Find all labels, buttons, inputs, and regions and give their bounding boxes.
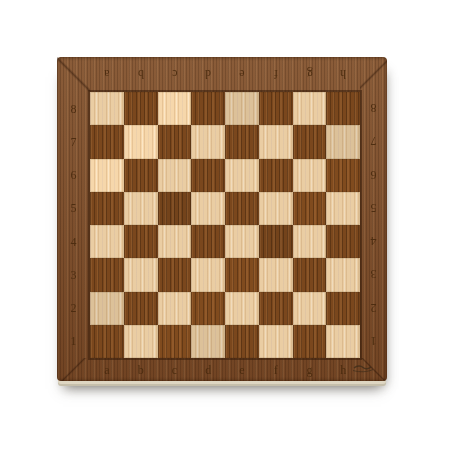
square-a5[interactable] bbox=[90, 192, 124, 225]
file-labels-top: abcdefgh bbox=[90, 57, 360, 92]
coord-label-right-6: 6 bbox=[360, 159, 387, 192]
coord-label-right-1: 1 bbox=[360, 325, 387, 358]
square-e6[interactable] bbox=[225, 159, 259, 192]
square-b4[interactable] bbox=[124, 225, 158, 258]
square-g6[interactable] bbox=[293, 159, 327, 192]
coord-label-right-7: 7 bbox=[360, 125, 387, 158]
coord-label-top-a: a bbox=[90, 57, 124, 92]
square-a6[interactable] bbox=[90, 159, 124, 192]
coord-label-left-1: 1 bbox=[57, 325, 90, 358]
square-h1[interactable] bbox=[326, 325, 360, 358]
board-squares bbox=[90, 92, 360, 358]
square-f2[interactable] bbox=[259, 292, 293, 325]
square-e7[interactable] bbox=[225, 125, 259, 158]
coord-label-bottom-g: g bbox=[293, 358, 327, 381]
coord-label-right-3: 3 bbox=[360, 258, 387, 291]
square-d2[interactable] bbox=[191, 292, 225, 325]
square-g8[interactable] bbox=[293, 92, 327, 125]
coord-label-top-g: g bbox=[293, 57, 327, 92]
square-h6[interactable] bbox=[326, 159, 360, 192]
coord-label-top-b: b bbox=[124, 57, 158, 92]
square-b2[interactable] bbox=[124, 292, 158, 325]
coord-label-left-3: 3 bbox=[57, 258, 90, 291]
square-b3[interactable] bbox=[124, 258, 158, 291]
square-d8[interactable] bbox=[191, 92, 225, 125]
square-a7[interactable] bbox=[90, 125, 124, 158]
square-g1[interactable] bbox=[293, 325, 327, 358]
square-c2[interactable] bbox=[158, 292, 192, 325]
coord-label-top-d: d bbox=[191, 57, 225, 92]
chess-board: abcdefgh abcdefgh 87654321 87654321 bbox=[57, 57, 387, 381]
square-f3[interactable] bbox=[259, 258, 293, 291]
square-a4[interactable] bbox=[90, 225, 124, 258]
coord-label-right-2: 2 bbox=[360, 292, 387, 325]
square-h7[interactable] bbox=[326, 125, 360, 158]
coord-label-top-e: e bbox=[225, 57, 259, 92]
coord-label-bottom-d: d bbox=[191, 358, 225, 381]
square-b7[interactable] bbox=[124, 125, 158, 158]
square-d7[interactable] bbox=[191, 125, 225, 158]
coord-label-bottom-b: b bbox=[124, 358, 158, 381]
square-g7[interactable] bbox=[293, 125, 327, 158]
square-c1[interactable] bbox=[158, 325, 192, 358]
square-e5[interactable] bbox=[225, 192, 259, 225]
maker-logo-mark bbox=[351, 364, 375, 373]
square-b8[interactable] bbox=[124, 92, 158, 125]
square-d6[interactable] bbox=[191, 159, 225, 192]
coord-label-left-4: 4 bbox=[57, 225, 90, 258]
square-d4[interactable] bbox=[191, 225, 225, 258]
square-a2[interactable] bbox=[90, 292, 124, 325]
coord-label-bottom-a: a bbox=[90, 358, 124, 381]
square-d3[interactable] bbox=[191, 258, 225, 291]
frame-miter-top-left bbox=[57, 57, 90, 92]
coord-label-left-6: 6 bbox=[57, 159, 90, 192]
square-f8[interactable] bbox=[259, 92, 293, 125]
square-a1[interactable] bbox=[90, 325, 124, 358]
square-d1[interactable] bbox=[191, 325, 225, 358]
square-g5[interactable] bbox=[293, 192, 327, 225]
coord-label-top-h: h bbox=[326, 57, 360, 92]
square-h8[interactable] bbox=[326, 92, 360, 125]
coord-label-left-7: 7 bbox=[57, 125, 90, 158]
coord-label-top-c: c bbox=[158, 57, 192, 92]
square-e3[interactable] bbox=[225, 258, 259, 291]
square-b5[interactable] bbox=[124, 192, 158, 225]
coord-label-bottom-e: e bbox=[225, 358, 259, 381]
square-b1[interactable] bbox=[124, 325, 158, 358]
square-h3[interactable] bbox=[326, 258, 360, 291]
square-g4[interactable] bbox=[293, 225, 327, 258]
square-f4[interactable] bbox=[259, 225, 293, 258]
square-c3[interactable] bbox=[158, 258, 192, 291]
square-f7[interactable] bbox=[259, 125, 293, 158]
square-d5[interactable] bbox=[191, 192, 225, 225]
square-b6[interactable] bbox=[124, 159, 158, 192]
file-labels-bottom: abcdefgh bbox=[90, 358, 360, 381]
photo-background: abcdefgh abcdefgh 87654321 87654321 bbox=[0, 0, 452, 452]
square-c5[interactable] bbox=[158, 192, 192, 225]
coord-label-top-f: f bbox=[259, 57, 293, 92]
frame-miter-top-right bbox=[360, 57, 387, 92]
coord-label-bottom-c: c bbox=[158, 358, 192, 381]
coord-label-left-2: 2 bbox=[57, 292, 90, 325]
square-c8[interactable] bbox=[158, 92, 192, 125]
square-h4[interactable] bbox=[326, 225, 360, 258]
rank-labels-right: 87654321 bbox=[360, 92, 387, 358]
square-f5[interactable] bbox=[259, 192, 293, 225]
square-g3[interactable] bbox=[293, 258, 327, 291]
coord-label-left-8: 8 bbox=[57, 92, 90, 125]
square-h5[interactable] bbox=[326, 192, 360, 225]
square-c7[interactable] bbox=[158, 125, 192, 158]
coord-label-bottom-f: f bbox=[259, 358, 293, 381]
coord-label-right-4: 4 bbox=[360, 225, 387, 258]
frame-miter-bottom-left bbox=[57, 358, 90, 381]
square-e2[interactable] bbox=[225, 292, 259, 325]
square-c4[interactable] bbox=[158, 225, 192, 258]
square-f1[interactable] bbox=[259, 325, 293, 358]
coord-label-right-8: 8 bbox=[360, 92, 387, 125]
square-e1[interactable] bbox=[225, 325, 259, 358]
square-e4[interactable] bbox=[225, 225, 259, 258]
square-f6[interactable] bbox=[259, 159, 293, 192]
square-c6[interactable] bbox=[158, 159, 192, 192]
rank-labels-left: 87654321 bbox=[57, 92, 90, 358]
coord-label-left-5: 5 bbox=[57, 192, 90, 225]
coord-label-right-5: 5 bbox=[360, 192, 387, 225]
square-a3[interactable] bbox=[90, 258, 124, 291]
square-g2[interactable] bbox=[293, 292, 327, 325]
square-e8[interactable] bbox=[225, 92, 259, 125]
square-h2[interactable] bbox=[326, 292, 360, 325]
square-a8[interactable] bbox=[90, 92, 124, 125]
